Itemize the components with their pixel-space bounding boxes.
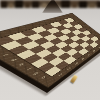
- blurred-chess-pieces: [15, 0, 23, 8]
- blurred-chess-pieces: [32, 1, 39, 8]
- blurred-chess-pieces: [97, 1, 100, 8]
- blurred-chess-pieces: [61, 0, 70, 8]
- blurred-chess-pieces: [25, 2, 30, 8]
- blurred-chess-pieces: [9, 3, 13, 8]
- blurred-chess-pieces: [79, 1, 87, 8]
- blurred-chess-pieces: [72, 2, 77, 8]
- blurred-chess-pieces: [1, 1, 7, 8]
- photo-scene: abcdefgh 87654321: [0, 0, 100, 100]
- blurred-chess-pieces: [89, 3, 95, 8]
